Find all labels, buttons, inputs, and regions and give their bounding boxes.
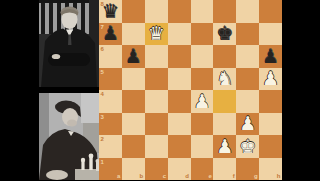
square-h8[interactable]	[259, 0, 282, 23]
square-a5[interactable]: 5	[99, 68, 122, 91]
coord-rank-3: 3	[101, 114, 104, 120]
player-photo-top	[39, 0, 99, 87]
square-f7[interactable]: ♚	[213, 23, 236, 46]
piece-black-pawn[interactable]: ♟	[262, 46, 279, 65]
square-b6[interactable]: ♟	[122, 45, 145, 68]
coord-file-h: h	[277, 173, 281, 179]
square-g7[interactable]	[236, 23, 259, 46]
square-d1[interactable]: d	[168, 158, 191, 181]
square-h5[interactable]: ♟	[259, 68, 282, 91]
square-d4[interactable]	[168, 90, 191, 113]
square-c7[interactable]: ♛	[145, 23, 168, 46]
square-c3[interactable]	[145, 113, 168, 136]
coord-rank-1: 1	[101, 159, 104, 165]
square-c4[interactable]	[145, 90, 168, 113]
square-b8[interactable]	[122, 0, 145, 23]
player-photo-bottom	[39, 93, 99, 180]
player-photo-top-illustration	[39, 0, 99, 87]
player-photo-bottom-illustration	[39, 93, 99, 180]
piece-white-pawn[interactable]: ♟	[239, 114, 256, 133]
square-e1[interactable]: e	[191, 158, 214, 181]
coord-file-d: d	[185, 173, 189, 179]
square-f3[interactable]	[213, 113, 236, 136]
screenshot-stage: 8♛7♟♛♚6♟♟5♞♟4♟3♟2♟♚1abcdefgh	[0, 0, 320, 180]
piece-black-king[interactable]: ♚	[216, 24, 233, 43]
square-a1[interactable]: 1a	[99, 158, 122, 181]
square-b1[interactable]: b	[122, 158, 145, 181]
square-g3[interactable]: ♟	[236, 113, 259, 136]
square-d3[interactable]	[168, 113, 191, 136]
piece-black-queen[interactable]: ♛	[102, 1, 119, 20]
square-d5[interactable]	[168, 68, 191, 91]
square-f1[interactable]: f	[213, 158, 236, 181]
square-g6[interactable]	[236, 45, 259, 68]
square-d6[interactable]	[168, 45, 191, 68]
square-c6[interactable]	[145, 45, 168, 68]
square-h4[interactable]	[259, 90, 282, 113]
square-g5[interactable]	[236, 68, 259, 91]
square-e3[interactable]	[191, 113, 214, 136]
coord-rank-4: 4	[101, 91, 104, 97]
coord-file-f: f	[233, 173, 235, 179]
square-f5[interactable]: ♞	[213, 68, 236, 91]
square-a2[interactable]: 2	[99, 135, 122, 158]
square-g1[interactable]: g	[236, 158, 259, 181]
coord-file-b: b	[140, 173, 144, 179]
piece-white-pawn[interactable]: ♟	[216, 136, 233, 155]
square-c2[interactable]	[145, 135, 168, 158]
square-g2[interactable]: ♚	[236, 135, 259, 158]
square-a8[interactable]: 8♛	[99, 0, 122, 23]
square-g4[interactable]	[236, 90, 259, 113]
coord-rank-2: 2	[101, 136, 104, 142]
square-c5[interactable]	[145, 68, 168, 91]
piece-white-king[interactable]: ♚	[239, 136, 256, 155]
square-f2[interactable]: ♟	[213, 135, 236, 158]
square-h7[interactable]	[259, 23, 282, 46]
square-e6[interactable]	[191, 45, 214, 68]
square-e8[interactable]	[191, 0, 214, 23]
piece-white-knight[interactable]: ♞	[216, 69, 233, 88]
square-a7[interactable]: 7♟	[99, 23, 122, 46]
square-b4[interactable]	[122, 90, 145, 113]
square-f6[interactable]	[213, 45, 236, 68]
square-h6[interactable]: ♟	[259, 45, 282, 68]
square-h3[interactable]	[259, 113, 282, 136]
coord-file-c: c	[163, 173, 166, 179]
square-f8[interactable]	[213, 0, 236, 23]
square-b5[interactable]	[122, 68, 145, 91]
square-g8[interactable]	[236, 0, 259, 23]
square-e4[interactable]: ♟	[191, 90, 214, 113]
chess-board: 8♛7♟♛♚6♟♟5♞♟4♟3♟2♟♚1abcdefgh	[99, 0, 282, 180]
piece-black-pawn[interactable]: ♟	[102, 24, 119, 43]
square-h1[interactable]: h	[259, 158, 282, 181]
square-b7[interactable]	[122, 23, 145, 46]
piece-white-pawn[interactable]: ♟	[193, 91, 210, 110]
square-a4[interactable]: 4	[99, 90, 122, 113]
coord-rank-6: 6	[101, 46, 104, 52]
coord-file-a: a	[117, 173, 120, 179]
square-h2[interactable]	[259, 135, 282, 158]
square-e7[interactable]	[191, 23, 214, 46]
square-b3[interactable]	[122, 113, 145, 136]
piece-white-pawn[interactable]: ♟	[262, 69, 279, 88]
piece-black-pawn[interactable]: ♟	[125, 46, 142, 65]
square-e2[interactable]	[191, 135, 214, 158]
square-c8[interactable]	[145, 0, 168, 23]
square-a6[interactable]: 6	[99, 45, 122, 68]
coord-file-g: g	[254, 173, 258, 179]
square-d2[interactable]	[168, 135, 191, 158]
piece-white-queen[interactable]: ♛	[148, 24, 165, 43]
square-d7[interactable]	[168, 23, 191, 46]
coord-file-e: e	[209, 173, 212, 179]
square-b2[interactable]	[122, 135, 145, 158]
square-e5[interactable]	[191, 68, 214, 91]
square-c1[interactable]: c	[145, 158, 168, 181]
square-f4[interactable]	[213, 90, 236, 113]
square-d8[interactable]	[168, 0, 191, 23]
coord-rank-5: 5	[101, 69, 104, 75]
square-a3[interactable]: 3	[99, 113, 122, 136]
